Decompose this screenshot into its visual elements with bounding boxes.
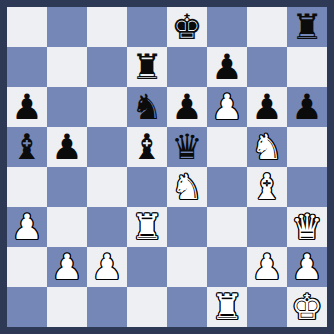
square-d6[interactable]: ♞ [127, 87, 167, 127]
square-a3[interactable]: ♟ [7, 207, 47, 247]
square-e3[interactable] [167, 207, 207, 247]
white-pawn: ♟ [211, 87, 242, 127]
square-g1[interactable] [247, 287, 287, 327]
square-a7[interactable] [7, 47, 47, 87]
square-h7[interactable] [287, 47, 327, 87]
square-c8[interactable] [87, 7, 127, 47]
square-c3[interactable] [87, 207, 127, 247]
square-a6[interactable]: ♟ [7, 87, 47, 127]
square-b1[interactable] [47, 287, 87, 327]
white-king: ♚ [291, 287, 322, 327]
black-pawn: ♟ [51, 127, 82, 167]
square-f3[interactable] [207, 207, 247, 247]
square-f2[interactable] [207, 247, 247, 287]
square-h2[interactable]: ♟ [287, 247, 327, 287]
square-c7[interactable] [87, 47, 127, 87]
square-h3[interactable]: ♛ [287, 207, 327, 247]
square-d5[interactable]: ♝ [127, 127, 167, 167]
square-c6[interactable] [87, 87, 127, 127]
chess-board-frame: ♚♜♜♟♟♞♟♟♟♟♝♟♝♛♞♞♝♟♜♛♟♟♟♟♜♚ [0, 0, 334, 334]
square-c1[interactable] [87, 287, 127, 327]
square-d3[interactable]: ♜ [127, 207, 167, 247]
white-pawn: ♟ [91, 247, 122, 287]
square-h1[interactable]: ♚ [287, 287, 327, 327]
square-c4[interactable] [87, 167, 127, 207]
black-bishop: ♝ [131, 127, 162, 167]
square-f6[interactable]: ♟ [207, 87, 247, 127]
square-g6[interactable]: ♟ [247, 87, 287, 127]
square-a2[interactable] [7, 247, 47, 287]
square-b7[interactable] [47, 47, 87, 87]
white-knight: ♞ [171, 167, 202, 207]
white-bishop: ♝ [251, 167, 282, 207]
square-f5[interactable] [207, 127, 247, 167]
square-g5[interactable]: ♞ [247, 127, 287, 167]
square-d4[interactable] [127, 167, 167, 207]
square-f4[interactable] [207, 167, 247, 207]
square-b6[interactable] [47, 87, 87, 127]
white-rook: ♜ [211, 287, 242, 327]
white-queen: ♛ [291, 207, 322, 247]
square-e2[interactable] [167, 247, 207, 287]
square-f8[interactable] [207, 7, 247, 47]
white-pawn: ♟ [291, 247, 322, 287]
black-king: ♚ [171, 7, 202, 47]
white-pawn: ♟ [11, 207, 42, 247]
square-h4[interactable] [287, 167, 327, 207]
square-b2[interactable]: ♟ [47, 247, 87, 287]
square-c2[interactable]: ♟ [87, 247, 127, 287]
square-b5[interactable]: ♟ [47, 127, 87, 167]
square-e1[interactable] [167, 287, 207, 327]
square-d2[interactable] [127, 247, 167, 287]
square-c5[interactable] [87, 127, 127, 167]
square-a5[interactable]: ♝ [7, 127, 47, 167]
square-e5[interactable]: ♛ [167, 127, 207, 167]
square-e6[interactable]: ♟ [167, 87, 207, 127]
square-a4[interactable] [7, 167, 47, 207]
square-h6[interactable]: ♟ [287, 87, 327, 127]
black-knight: ♞ [131, 87, 162, 127]
square-g4[interactable]: ♝ [247, 167, 287, 207]
square-f1[interactable]: ♜ [207, 287, 247, 327]
white-pawn: ♟ [251, 247, 282, 287]
black-pawn: ♟ [291, 87, 322, 127]
square-d7[interactable]: ♜ [127, 47, 167, 87]
white-knight: ♞ [251, 127, 282, 167]
square-d1[interactable] [127, 287, 167, 327]
square-e4[interactable]: ♞ [167, 167, 207, 207]
square-h5[interactable] [287, 127, 327, 167]
black-pawn: ♟ [251, 87, 282, 127]
black-pawn: ♟ [11, 87, 42, 127]
black-pawn: ♟ [171, 87, 202, 127]
black-rook: ♜ [291, 7, 322, 47]
square-a8[interactable] [7, 7, 47, 47]
black-pawn: ♟ [211, 47, 242, 87]
square-g2[interactable]: ♟ [247, 247, 287, 287]
black-rook: ♜ [131, 47, 162, 87]
black-bishop: ♝ [11, 127, 42, 167]
square-f7[interactable]: ♟ [207, 47, 247, 87]
square-g3[interactable] [247, 207, 287, 247]
square-b3[interactable] [47, 207, 87, 247]
square-a1[interactable] [7, 287, 47, 327]
square-e7[interactable] [167, 47, 207, 87]
white-rook: ♜ [131, 207, 162, 247]
square-b4[interactable] [47, 167, 87, 207]
square-g7[interactable] [247, 47, 287, 87]
chess-board: ♚♜♜♟♟♞♟♟♟♟♝♟♝♛♞♞♝♟♜♛♟♟♟♟♜♚ [7, 7, 327, 327]
black-queen: ♛ [171, 127, 202, 167]
square-h8[interactable]: ♜ [287, 7, 327, 47]
square-e8[interactable]: ♚ [167, 7, 207, 47]
square-d8[interactable] [127, 7, 167, 47]
square-b8[interactable] [47, 7, 87, 47]
white-pawn: ♟ [51, 247, 82, 287]
square-g8[interactable] [247, 7, 287, 47]
